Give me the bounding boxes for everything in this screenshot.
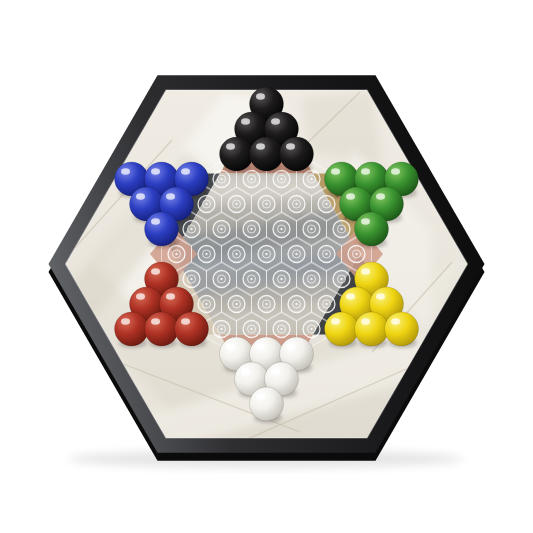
chinese-checkers-board-photo — [0, 0, 533, 533]
board — [0, 0, 533, 533]
